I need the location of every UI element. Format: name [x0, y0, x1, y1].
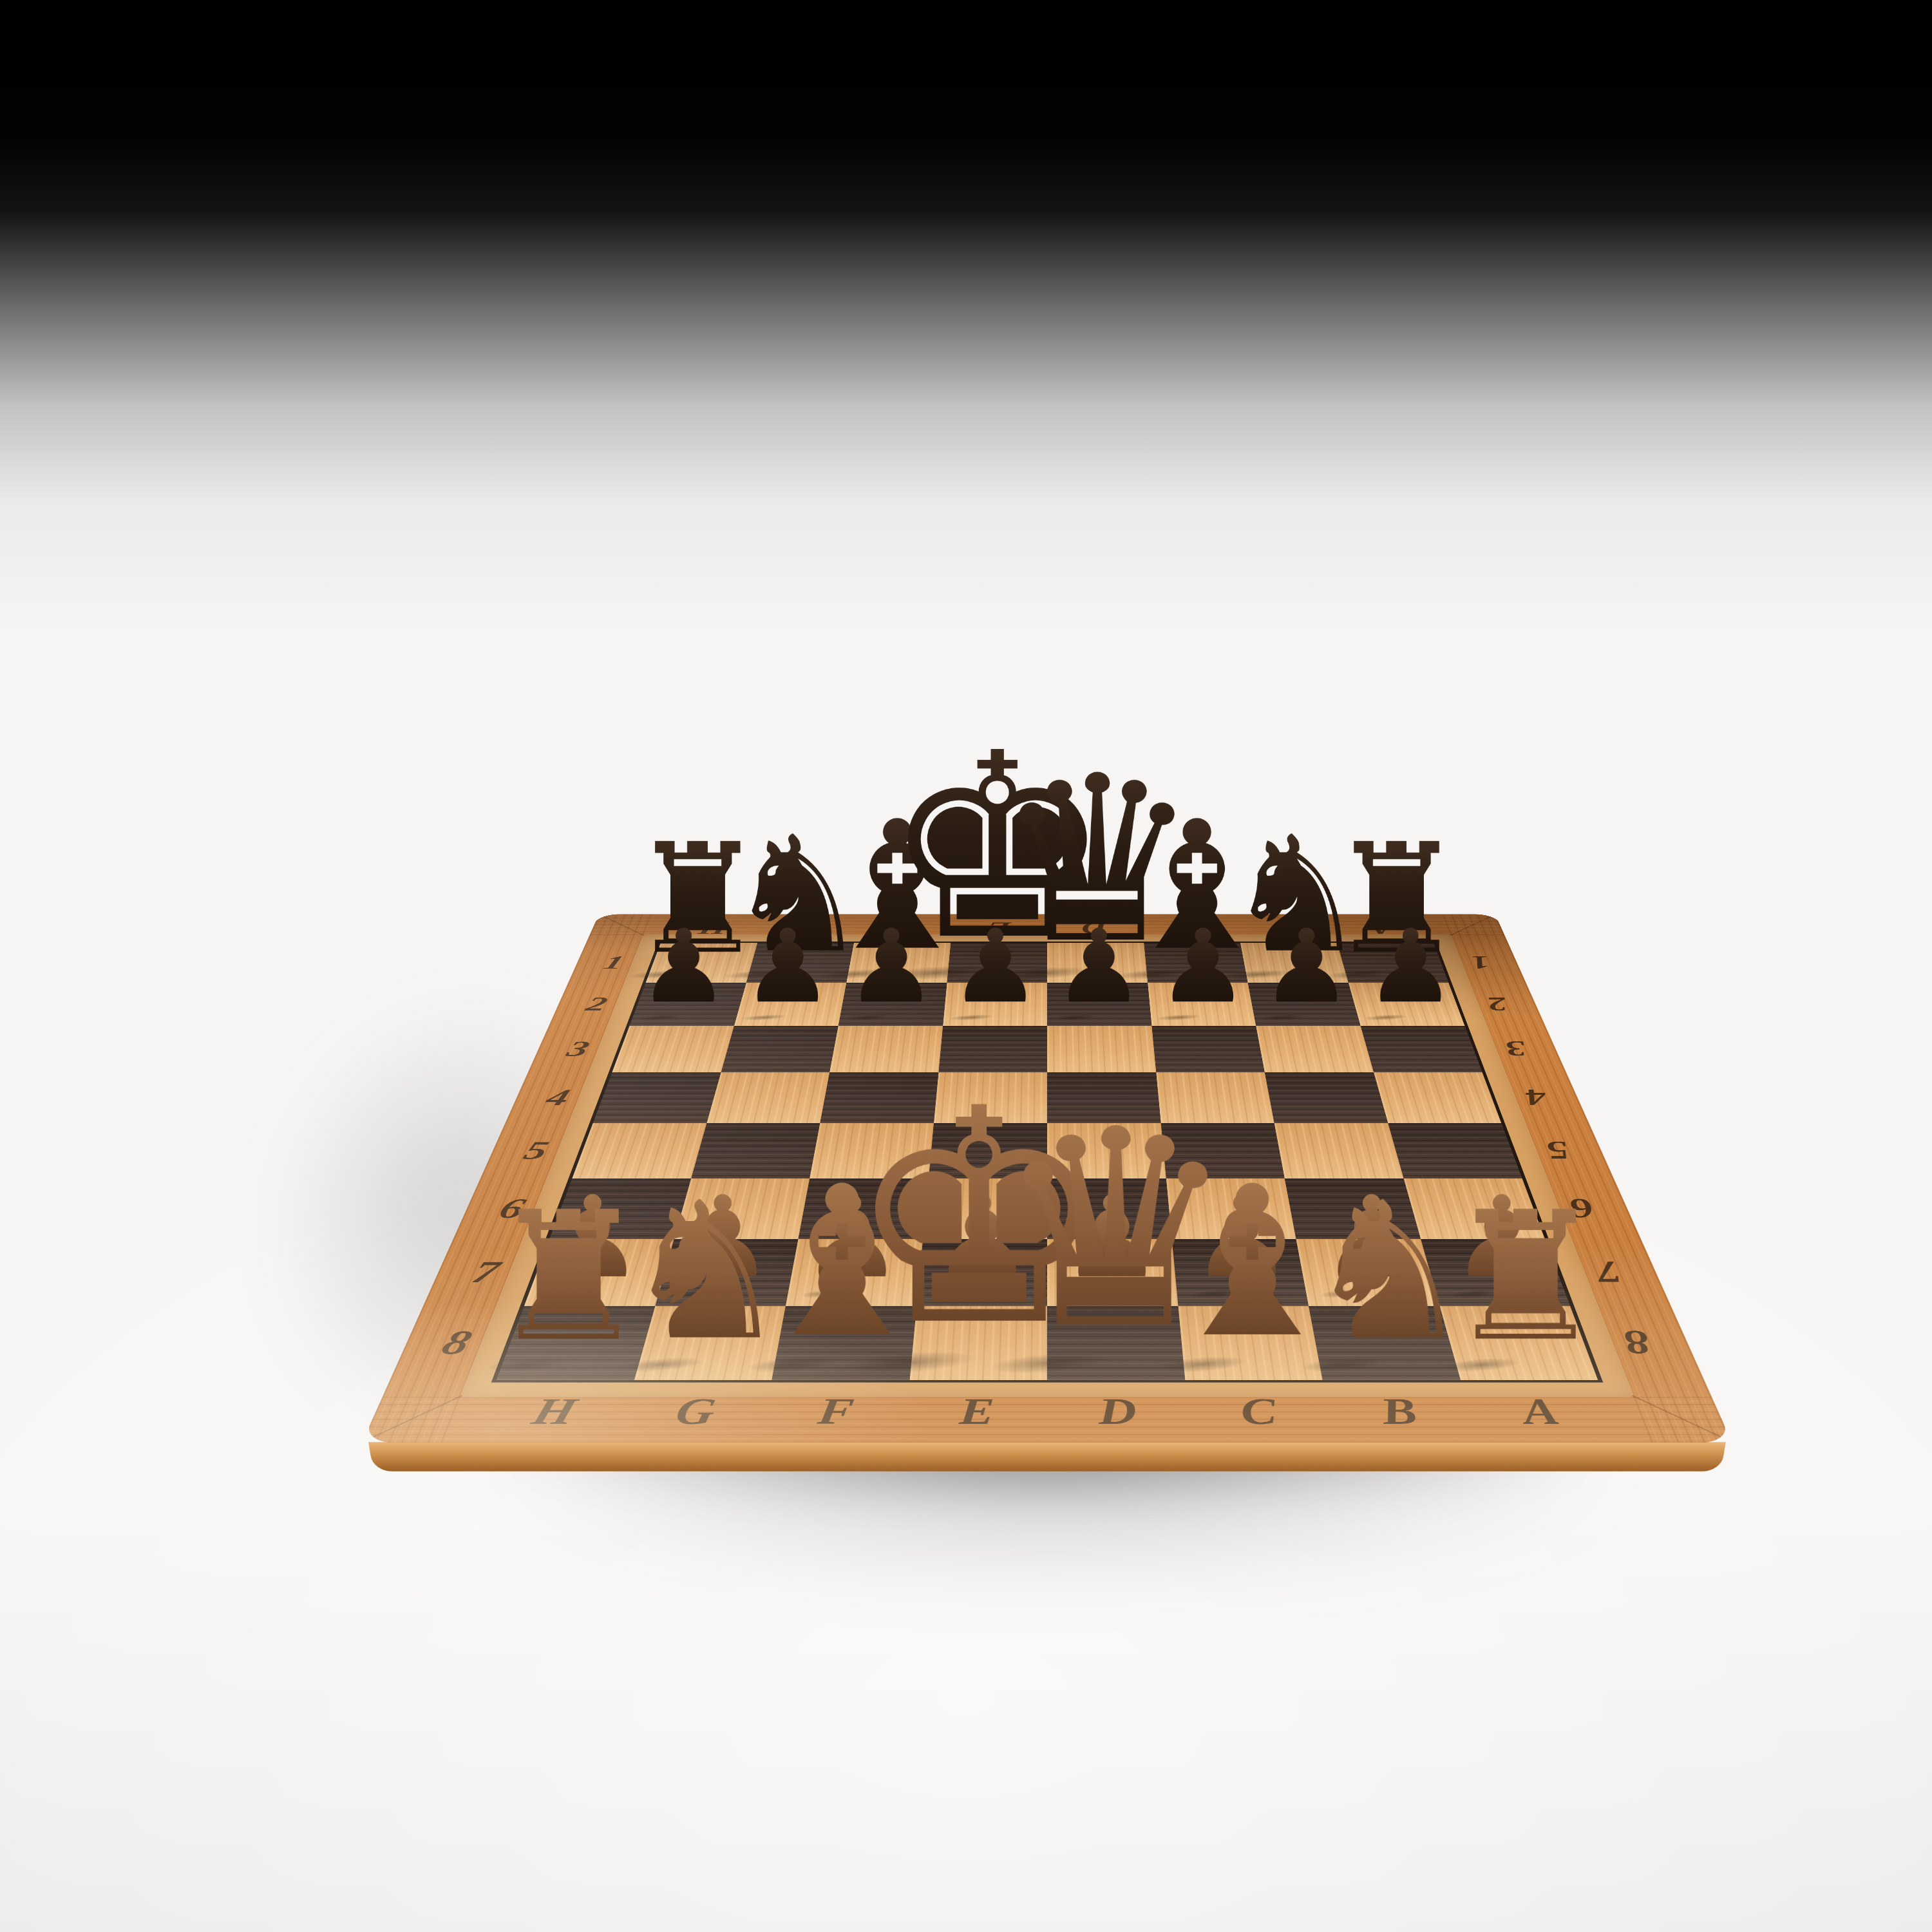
file-label-far-f: F — [891, 920, 918, 936]
rank-label-right-3: 3 — [1502, 1038, 1531, 1059]
file-label-far-e: E — [987, 920, 1012, 936]
chessboard: HH11GG22FF33EE44DD55CC66BB77AA88 ♜♞♝♚♛♝♞… — [362, 914, 1732, 1443]
board-side-edge — [368, 1442, 1726, 1472]
rank-label-left-3: 3 — [564, 1038, 593, 1059]
file-label-far-d: D — [1082, 920, 1108, 936]
scene: { "game": "chess", "scene": { "descripti… — [0, 0, 1932, 1932]
light-rook-a8[interactable]: ♜ — [1446, 1189, 1605, 1367]
file-label-far-a: A — [1366, 920, 1396, 936]
rank-label-left-1: 1 — [601, 954, 627, 972]
file-label-far-g: G — [794, 920, 824, 936]
file-label-far-h: H — [697, 920, 730, 936]
rank-label-right-1: 1 — [1468, 954, 1493, 972]
rank-label-left-2: 2 — [583, 994, 611, 1014]
file-label-far-b: B — [1271, 920, 1299, 936]
file-label-far-c: C — [1177, 920, 1204, 936]
rank-label-right-2: 2 — [1484, 994, 1511, 1014]
rank-label-left-4: 4 — [543, 1086, 573, 1109]
rank-label-right-4: 4 — [1521, 1086, 1551, 1109]
